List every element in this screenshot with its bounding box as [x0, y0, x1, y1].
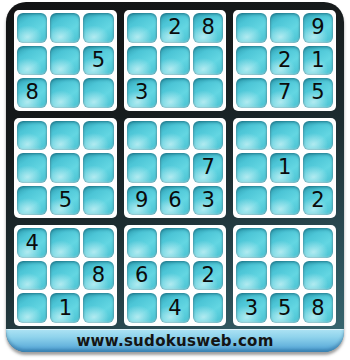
box-2-2: 7963 — [124, 118, 227, 219]
cell-r6c6: 3 — [193, 186, 223, 216]
cell-r1c5: 2 — [160, 13, 190, 43]
cell-r5c6: 7 — [193, 153, 223, 183]
cell-r6c7[interactable] — [236, 186, 266, 216]
cell-r3c3[interactable] — [83, 78, 113, 108]
cell-r2c8: 2 — [270, 46, 300, 76]
cell-r6c1[interactable] — [17, 186, 47, 216]
cell-r6c2: 5 — [50, 186, 80, 216]
box-2-3: 12 — [233, 118, 336, 219]
cell-r9c3[interactable] — [83, 293, 113, 323]
cell-r7c4[interactable] — [127, 228, 157, 258]
cell-r8c5[interactable] — [160, 261, 190, 291]
cell-r2c5[interactable] — [160, 46, 190, 76]
cell-r4c6[interactable] — [193, 121, 223, 151]
cell-r7c9[interactable] — [303, 228, 333, 258]
cell-r8c4: 6 — [127, 261, 157, 291]
cell-r7c8[interactable] — [270, 228, 300, 258]
box-3-3: 358 — [233, 225, 336, 326]
cell-r2c6[interactable] — [193, 46, 223, 76]
cell-r8c1[interactable] — [17, 261, 47, 291]
cell-r7c7[interactable] — [236, 228, 266, 258]
cell-r4c1[interactable] — [17, 121, 47, 151]
cell-r6c3[interactable] — [83, 186, 113, 216]
cell-r5c1[interactable] — [17, 153, 47, 183]
cell-r3c5[interactable] — [160, 78, 190, 108]
cell-r4c9[interactable] — [303, 121, 333, 151]
sudoku-board: 58283921755796312481624358 — [14, 10, 336, 326]
cell-r2c3: 5 — [83, 46, 113, 76]
cell-r9c9: 8 — [303, 293, 333, 323]
cell-r8c2[interactable] — [50, 261, 80, 291]
cell-r7c3[interactable] — [83, 228, 113, 258]
cell-r2c1[interactable] — [17, 46, 47, 76]
box-3-1: 481 — [14, 225, 117, 326]
cell-r6c9: 2 — [303, 186, 333, 216]
cell-r1c8[interactable] — [270, 13, 300, 43]
cell-r7c2[interactable] — [50, 228, 80, 258]
box-1-3: 92175 — [233, 10, 336, 111]
box-1-1: 58 — [14, 10, 117, 111]
sudoku-screenshot: 58283921755796312481624358 www.sudokuswe… — [0, 0, 350, 360]
cell-r6c8[interactable] — [270, 186, 300, 216]
cell-r3c9: 5 — [303, 78, 333, 108]
cell-r8c9[interactable] — [303, 261, 333, 291]
cell-r8c3: 8 — [83, 261, 113, 291]
cell-r7c1: 4 — [17, 228, 47, 258]
cell-r8c6: 2 — [193, 261, 223, 291]
cell-r3c8: 7 — [270, 78, 300, 108]
cell-r8c7[interactable] — [236, 261, 266, 291]
cell-r3c1: 8 — [17, 78, 47, 108]
cell-r5c2[interactable] — [50, 153, 80, 183]
cell-r3c6[interactable] — [193, 78, 223, 108]
cell-r3c7[interactable] — [236, 78, 266, 108]
cell-r5c9[interactable] — [303, 153, 333, 183]
cell-r7c6[interactable] — [193, 228, 223, 258]
cell-r1c9: 9 — [303, 13, 333, 43]
cell-r2c7[interactable] — [236, 46, 266, 76]
cell-r1c3[interactable] — [83, 13, 113, 43]
cell-r3c2[interactable] — [50, 78, 80, 108]
cell-r5c8: 1 — [270, 153, 300, 183]
board-frame: 58283921755796312481624358 www.sudokuswe… — [6, 2, 344, 352]
cell-r3c4: 3 — [127, 78, 157, 108]
site-url-link[interactable]: www.sudokusweb.com — [76, 332, 273, 350]
cell-r9c5: 4 — [160, 293, 190, 323]
box-3-2: 624 — [124, 225, 227, 326]
cell-r1c4[interactable] — [127, 13, 157, 43]
footer-band: www.sudokusweb.com — [6, 329, 344, 352]
cell-r2c9: 1 — [303, 46, 333, 76]
cell-r5c7[interactable] — [236, 153, 266, 183]
cell-r1c1[interactable] — [17, 13, 47, 43]
cell-r9c7: 3 — [236, 293, 266, 323]
cell-r1c7[interactable] — [236, 13, 266, 43]
cell-r6c5: 6 — [160, 186, 190, 216]
cell-r9c8: 5 — [270, 293, 300, 323]
cell-r4c3[interactable] — [83, 121, 113, 151]
cell-r9c6[interactable] — [193, 293, 223, 323]
cell-r5c4[interactable] — [127, 153, 157, 183]
cell-r9c4[interactable] — [127, 293, 157, 323]
cell-r8c8[interactable] — [270, 261, 300, 291]
cell-r2c2[interactable] — [50, 46, 80, 76]
cell-r4c8[interactable] — [270, 121, 300, 151]
cell-r5c3[interactable] — [83, 153, 113, 183]
cell-r9c2: 1 — [50, 293, 80, 323]
cell-r4c7[interactable] — [236, 121, 266, 151]
cell-r4c2[interactable] — [50, 121, 80, 151]
cell-r5c5[interactable] — [160, 153, 190, 183]
cell-r7c5[interactable] — [160, 228, 190, 258]
cell-r1c2[interactable] — [50, 13, 80, 43]
cell-r9c1[interactable] — [17, 293, 47, 323]
cell-r4c4[interactable] — [127, 121, 157, 151]
cell-r4c5[interactable] — [160, 121, 190, 151]
cell-r6c4: 9 — [127, 186, 157, 216]
cell-r1c6: 8 — [193, 13, 223, 43]
box-1-2: 283 — [124, 10, 227, 111]
box-2-1: 5 — [14, 118, 117, 219]
cell-r2c4[interactable] — [127, 46, 157, 76]
